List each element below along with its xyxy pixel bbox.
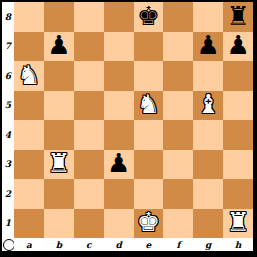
- square-f6: [163, 61, 193, 91]
- square-f7: [163, 32, 193, 62]
- square-g2: [193, 179, 223, 209]
- square-d5: [104, 91, 134, 121]
- square-g1: [193, 209, 223, 239]
- square-h4: [223, 120, 253, 150]
- square-b5: [44, 91, 74, 121]
- black-pawn-h7: ♟: [226, 32, 249, 58]
- square-d3: ♟: [104, 150, 134, 180]
- square-g8: [193, 2, 223, 32]
- black-pawn-g7: ♟: [197, 32, 220, 58]
- square-c6: [74, 61, 104, 91]
- square-c5: [74, 91, 104, 121]
- square-b8: [44, 2, 74, 32]
- white-king-e1: ♚: [137, 209, 160, 235]
- square-e8: ♚: [134, 2, 164, 32]
- square-g3: [193, 150, 223, 180]
- white-rook-h1: ♜: [226, 209, 249, 235]
- rank-label-1: 1: [2, 209, 14, 239]
- square-e6: [134, 61, 164, 91]
- file-label-c: c: [74, 238, 104, 251]
- square-c3: [74, 150, 104, 180]
- file-label-f: f: [163, 238, 193, 251]
- square-h5: [223, 91, 253, 121]
- rank-label-5: 5: [2, 91, 14, 121]
- board-grid: 8♚♜7♟♟♟6♞5♞♝43♜♟21♚♜abcdefgh: [2, 2, 253, 251]
- square-c7: [74, 32, 104, 62]
- square-b7: ♟: [44, 32, 74, 62]
- square-e3: [134, 150, 164, 180]
- square-h7: ♟: [223, 32, 253, 62]
- white-bishop-g5: ♝: [197, 91, 220, 117]
- file-label-b: b: [44, 238, 74, 251]
- square-a1: [14, 209, 44, 239]
- file-label-h: h: [223, 238, 253, 251]
- file-label-e: e: [134, 238, 164, 251]
- square-a3: [14, 150, 44, 180]
- square-a7: [14, 32, 44, 62]
- square-e5: ♞: [134, 91, 164, 121]
- square-g7: ♟: [193, 32, 223, 62]
- square-b2: [44, 179, 74, 209]
- square-a8: [14, 2, 44, 32]
- chess-diagram: 8♚♜7♟♟♟6♞5♞♝43♜♟21♚♜abcdefgh: [0, 0, 257, 257]
- square-b3: ♜: [44, 150, 74, 180]
- square-d2: [104, 179, 134, 209]
- square-b6: [44, 61, 74, 91]
- square-f1: [163, 209, 193, 239]
- square-f5: [163, 91, 193, 121]
- square-c4: [74, 120, 104, 150]
- rank-label-7: 7: [2, 32, 14, 62]
- rank-label-6: 6: [2, 61, 14, 91]
- square-f2: [163, 179, 193, 209]
- square-e2: [134, 179, 164, 209]
- square-h1: ♜: [223, 209, 253, 239]
- black-rook-h8: ♜: [226, 3, 249, 29]
- square-h2: [223, 179, 253, 209]
- square-g4: [193, 120, 223, 150]
- square-g5: ♝: [193, 91, 223, 121]
- square-a6: ♞: [14, 61, 44, 91]
- white-knight-e5: ♞: [137, 91, 160, 117]
- rank-label-2: 2: [2, 179, 14, 209]
- square-h6: [223, 61, 253, 91]
- square-f3: [163, 150, 193, 180]
- rank-label-3: 3: [2, 150, 14, 180]
- file-label-a: a: [14, 238, 44, 251]
- square-c8: [74, 2, 104, 32]
- square-e1: ♚: [134, 209, 164, 239]
- square-b4: [44, 120, 74, 150]
- square-d7: [104, 32, 134, 62]
- square-d1: [104, 209, 134, 239]
- square-e4: [134, 120, 164, 150]
- square-f8: [163, 2, 193, 32]
- square-h3: [223, 150, 253, 180]
- file-label-g: g: [193, 238, 223, 251]
- square-a5: [14, 91, 44, 121]
- black-king-e8: ♚: [137, 3, 160, 29]
- square-c1: [74, 209, 104, 239]
- rank-label-8: 8: [2, 2, 14, 32]
- square-d8: [104, 2, 134, 32]
- rank-label-4: 4: [2, 120, 14, 150]
- turn-indicator-cell: [2, 238, 14, 251]
- file-label-d: d: [104, 238, 134, 251]
- square-d6: [104, 61, 134, 91]
- square-c2: [74, 179, 104, 209]
- white-knight-a6: ♞: [17, 62, 40, 88]
- square-a4: [14, 120, 44, 150]
- square-f4: [163, 120, 193, 150]
- white-rook-b3: ♜: [47, 150, 70, 176]
- square-a2: [14, 179, 44, 209]
- square-d4: [104, 120, 134, 150]
- square-b1: [44, 209, 74, 239]
- black-pawn-b7: ♟: [47, 32, 70, 58]
- black-pawn-d3: ♟: [107, 150, 130, 176]
- square-h8: ♜: [223, 2, 253, 32]
- square-g6: [193, 61, 223, 91]
- square-e7: [134, 32, 164, 62]
